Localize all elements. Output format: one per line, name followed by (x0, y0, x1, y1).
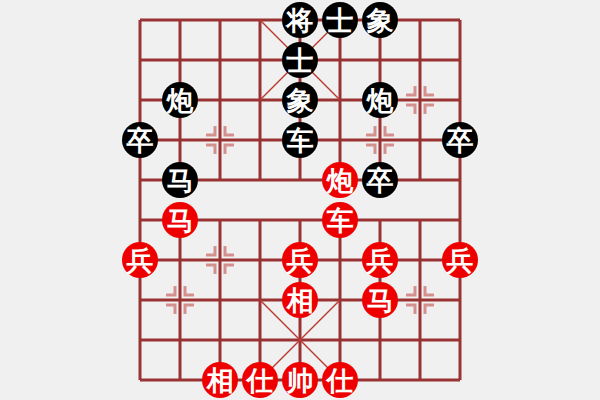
board-point-3-5[interactable] (240, 200, 280, 240)
piece-red-horse[interactable]: 马 (162, 202, 198, 238)
board-point-1-9[interactable] (160, 360, 200, 400)
board-point-0-4[interactable] (120, 160, 160, 200)
board-point-4-6[interactable]: 兵 (280, 240, 320, 280)
board-point-2-8[interactable] (200, 320, 240, 360)
board-point-3-2[interactable] (240, 80, 280, 120)
board-point-3-8[interactable] (240, 320, 280, 360)
board-point-0-1[interactable] (120, 40, 160, 80)
board-point-5-1[interactable] (320, 40, 360, 80)
board-point-5-0[interactable]: 士 (320, 0, 360, 40)
piece-red-advisor[interactable]: 仕 (322, 362, 358, 398)
board-point-4-3[interactable]: 车 (280, 120, 320, 160)
board-point-1-0[interactable] (160, 0, 200, 40)
piece-black-pawn[interactable]: 卒 (122, 122, 158, 158)
piece-red-pawn[interactable]: 兵 (122, 242, 158, 278)
board-point-5-8[interactable] (320, 320, 360, 360)
board-point-3-9[interactable]: 仕 (240, 360, 280, 400)
board-point-1-4[interactable]: 马 (160, 160, 200, 200)
board-point-7-0[interactable] (400, 0, 440, 40)
board-point-4-7[interactable]: 相 (280, 280, 320, 320)
board-point-4-9[interactable]: 帅 (280, 360, 320, 400)
piece-black-advisor[interactable]: 士 (322, 2, 358, 38)
board-point-7-9[interactable] (400, 360, 440, 400)
board-point-0-2[interactable] (120, 80, 160, 120)
board-point-5-3[interactable] (320, 120, 360, 160)
board-point-1-1[interactable] (160, 40, 200, 80)
board-point-8-3[interactable]: 卒 (440, 120, 480, 160)
board-point-5-7[interactable] (320, 280, 360, 320)
board-point-0-6[interactable]: 兵 (120, 240, 160, 280)
piece-black-cannon[interactable]: 炮 (162, 82, 198, 118)
board-point-8-7[interactable] (440, 280, 480, 320)
board-point-6-6[interactable]: 兵 (360, 240, 400, 280)
board-point-1-5[interactable]: 马 (160, 200, 200, 240)
board-point-6-0[interactable]: 象 (360, 0, 400, 40)
board-point-0-0[interactable] (120, 0, 160, 40)
board-point-3-3[interactable] (240, 120, 280, 160)
piece-red-pawn[interactable]: 兵 (282, 242, 318, 278)
board-point-7-7[interactable] (400, 280, 440, 320)
board-point-5-2[interactable] (320, 80, 360, 120)
piece-red-general[interactable]: 帅 (282, 362, 318, 398)
board-point-6-8[interactable] (360, 320, 400, 360)
piece-black-general[interactable]: 将 (282, 2, 318, 38)
piece-red-advisor[interactable]: 仕 (242, 362, 278, 398)
board-point-6-2[interactable]: 炮 (360, 80, 400, 120)
board-point-8-5[interactable] (440, 200, 480, 240)
board-point-2-7[interactable] (200, 280, 240, 320)
board-point-8-8[interactable] (440, 320, 480, 360)
board-point-7-8[interactable] (400, 320, 440, 360)
board-point-6-7[interactable]: 马 (360, 280, 400, 320)
piece-red-elephant[interactable]: 相 (202, 362, 238, 398)
board-point-2-1[interactable] (200, 40, 240, 80)
board-point-6-4[interactable]: 卒 (360, 160, 400, 200)
piece-black-pawn[interactable]: 卒 (362, 162, 398, 198)
board-point-0-9[interactable] (120, 360, 160, 400)
board-point-2-4[interactable] (200, 160, 240, 200)
board-point-6-1[interactable] (360, 40, 400, 80)
board-point-4-1[interactable]: 士 (280, 40, 320, 80)
board-point-5-9[interactable]: 仕 (320, 360, 360, 400)
piece-black-horse[interactable]: 马 (162, 162, 198, 198)
board-point-0-7[interactable] (120, 280, 160, 320)
piece-red-chariot[interactable]: 车 (322, 202, 358, 238)
board-point-3-6[interactable] (240, 240, 280, 280)
board-point-8-1[interactable] (440, 40, 480, 80)
board-point-0-3[interactable]: 卒 (120, 120, 160, 160)
board-point-2-9[interactable]: 相 (200, 360, 240, 400)
board-point-3-0[interactable] (240, 0, 280, 40)
board-point-2-3[interactable] (200, 120, 240, 160)
board-point-5-4[interactable]: 炮 (320, 160, 360, 200)
board-point-4-4[interactable] (280, 160, 320, 200)
board-point-1-3[interactable] (160, 120, 200, 160)
board-point-1-8[interactable] (160, 320, 200, 360)
board-point-1-7[interactable] (160, 280, 200, 320)
board-point-0-5[interactable] (120, 200, 160, 240)
board-point-1-2[interactable]: 炮 (160, 80, 200, 120)
board-point-2-5[interactable] (200, 200, 240, 240)
piece-black-advisor[interactable]: 士 (282, 42, 318, 78)
piece-black-elephant[interactable]: 象 (362, 2, 398, 38)
board-point-3-7[interactable] (240, 280, 280, 320)
board-point-3-1[interactable] (240, 40, 280, 80)
board-point-6-9[interactable] (360, 360, 400, 400)
piece-black-pawn[interactable]: 卒 (442, 122, 478, 158)
board-point-4-5[interactable] (280, 200, 320, 240)
piece-red-cannon[interactable]: 炮 (322, 162, 358, 198)
board-point-2-0[interactable] (200, 0, 240, 40)
board-point-7-1[interactable] (400, 40, 440, 80)
piece-red-elephant[interactable]: 相 (282, 282, 318, 318)
piece-black-chariot[interactable]: 车 (282, 122, 318, 158)
board-point-8-4[interactable] (440, 160, 480, 200)
board-point-8-2[interactable] (440, 80, 480, 120)
piece-red-horse[interactable]: 马 (362, 282, 398, 318)
board-point-4-2[interactable]: 象 (280, 80, 320, 120)
board-point-8-6[interactable]: 兵 (440, 240, 480, 280)
piece-red-pawn[interactable]: 兵 (442, 242, 478, 278)
piece-black-cannon[interactable]: 炮 (362, 82, 398, 118)
xiangqi-board: 将士象士炮象炮卒车卒马炮卒马车兵兵兵兵相马相仕帅仕 (120, 0, 480, 400)
board-point-3-4[interactable] (240, 160, 280, 200)
board-point-5-6[interactable] (320, 240, 360, 280)
board-point-7-6[interactable] (400, 240, 440, 280)
board-point-2-2[interactable] (200, 80, 240, 120)
board-point-7-3[interactable] (400, 120, 440, 160)
board-point-7-5[interactable] (400, 200, 440, 240)
board-point-8-9[interactable] (440, 360, 480, 400)
board-point-6-3[interactable] (360, 120, 400, 160)
board-point-4-8[interactable] (280, 320, 320, 360)
piece-red-pawn[interactable]: 兵 (362, 242, 398, 278)
piece-black-elephant[interactable]: 象 (282, 82, 318, 118)
board-point-7-4[interactable] (400, 160, 440, 200)
board-point-7-2[interactable] (400, 80, 440, 120)
board-point-6-5[interactable] (360, 200, 400, 240)
board-point-8-0[interactable] (440, 0, 480, 40)
board-point-2-6[interactable] (200, 240, 240, 280)
board-point-0-8[interactable] (120, 320, 160, 360)
xiangqi-app: 将士象士炮象炮卒车卒马炮卒马车兵兵兵兵相马相仕帅仕 (0, 0, 600, 400)
board-point-1-6[interactable] (160, 240, 200, 280)
board-point-4-0[interactable]: 将 (280, 0, 320, 40)
board-point-5-5[interactable]: 车 (320, 200, 360, 240)
